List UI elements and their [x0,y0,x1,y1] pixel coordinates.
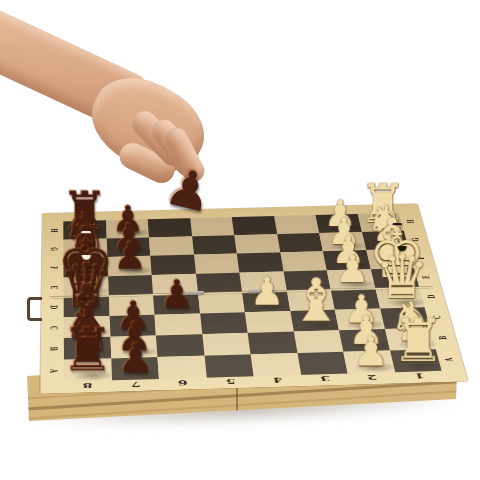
photo-stage: ♜♟♟♜♞♟♟♞♝♟♟♝♚♟♚♛♟♟♛♝♟♝♟♞♟♟♞♜♟♟♜ 87654321… [0,0,480,480]
hand: ♟ [0,0,480,480]
held-piece-black-pawn[interactable]: ♟ [161,159,218,220]
